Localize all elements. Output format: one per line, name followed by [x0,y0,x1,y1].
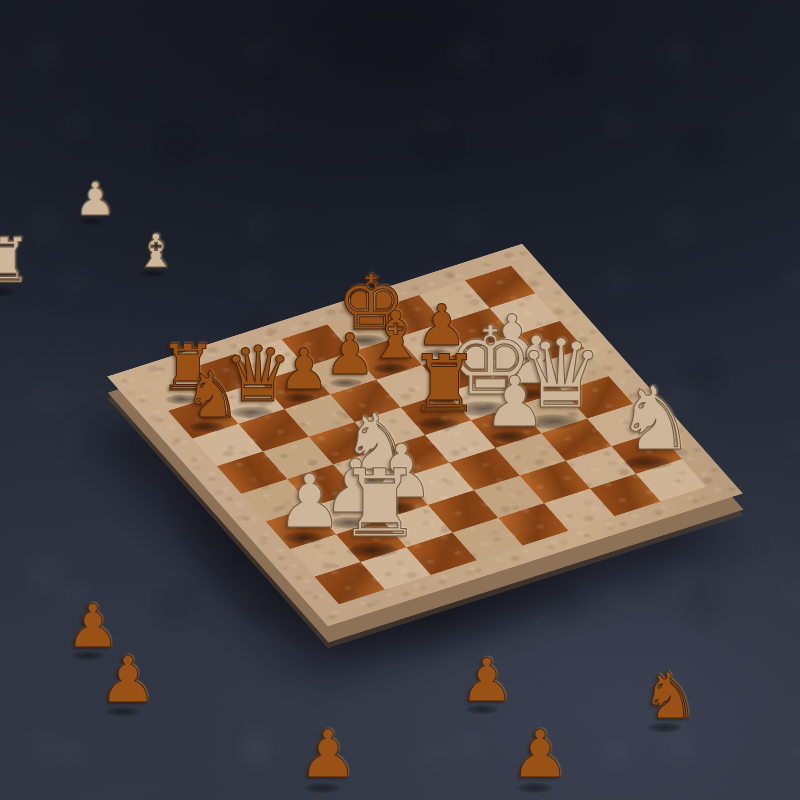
piece-white-pawn: ♟ [74,176,115,222]
piece-white-knight: ♞ [616,375,695,463]
piece-black-pawn: ♟ [298,722,357,788]
piece-black-pawn: ♟ [324,326,375,383]
piece-black-knight: ♞ [641,664,698,728]
piece-white-bishop: ♝ [135,228,176,274]
piece-black-pawn: ♟ [460,650,514,710]
scene: ♜♚♞♛♟♟♝♟♟♜♚♟♞♟♛♟♟♟♜♞♟♝♜♟♟♟♟♟♞ [0,0,800,800]
piece-white-rook: ♜ [0,230,32,292]
piece-black-rook: ♜ [409,345,480,424]
piece-black-knight: ♞ [183,363,240,427]
piece-black-pawn: ♟ [99,648,156,712]
piece-white-pawn: ♟ [483,367,546,437]
piece-black-pawn: ♟ [510,722,569,788]
piece-white-pawn: ♟ [276,464,342,538]
piece-white-rook: ♜ [338,457,422,551]
